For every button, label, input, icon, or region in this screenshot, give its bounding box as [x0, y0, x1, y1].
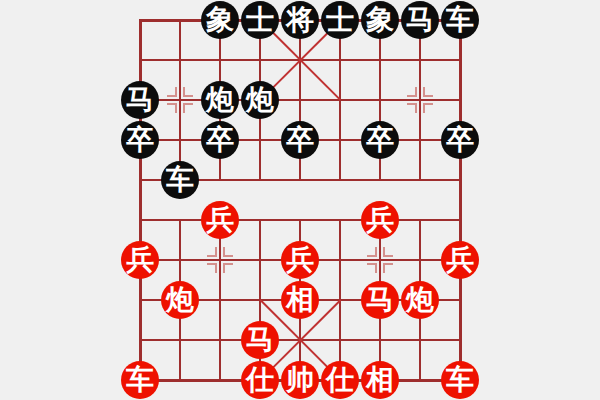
piece-black-pawn[interactable]: 卒 — [361, 121, 399, 159]
point-marker-corner — [223, 247, 233, 257]
point-marker-corner — [407, 87, 417, 97]
piece-red-general[interactable]: 帅 — [281, 361, 319, 399]
piece-red-elephant[interactable]: 相 — [281, 281, 319, 319]
piece-black-chariot[interactable]: 车 — [161, 161, 199, 199]
piece-black-advisor[interactable]: 士 — [241, 1, 279, 39]
piece-black-advisor[interactable]: 士 — [321, 1, 359, 39]
point-marker — [407, 87, 433, 113]
piece-black-elephant[interactable]: 象 — [201, 1, 239, 39]
point-marker — [207, 247, 233, 273]
piece-red-pawn[interactable]: 兵 — [361, 201, 399, 239]
point-marker — [367, 247, 393, 273]
piece-red-advisor[interactable]: 仕 — [241, 361, 279, 399]
xiangqi-app: 象士将士象马车马炮炮卒卒卒卒卒车兵兵兵兵兵炮相马炮马车仕帅仕相车 — [0, 0, 600, 400]
point-marker-corner — [407, 103, 417, 113]
board-grid-vline — [139, 20, 142, 380]
point-marker-corner — [167, 103, 177, 113]
board-grid-vline — [459, 20, 462, 380]
point-marker-corner — [207, 263, 217, 273]
piece-red-pawn[interactable]: 兵 — [441, 241, 479, 279]
piece-red-pawn[interactable]: 兵 — [201, 201, 239, 239]
piece-red-cannon[interactable]: 炮 — [161, 281, 199, 319]
piece-red-advisor[interactable]: 仕 — [321, 361, 359, 399]
point-marker-corner — [383, 247, 393, 257]
piece-black-cannon[interactable]: 炮 — [201, 81, 239, 119]
piece-red-horse[interactable]: 马 — [361, 281, 399, 319]
board-grid-vline — [219, 220, 221, 380]
point-marker-corner — [367, 247, 377, 257]
piece-black-horse[interactable]: 马 — [401, 1, 439, 39]
piece-red-chariot[interactable]: 车 — [121, 361, 159, 399]
piece-red-cannon[interactable]: 炮 — [401, 281, 439, 319]
point-marker-corner — [367, 263, 377, 273]
piece-red-chariot[interactable]: 车 — [441, 361, 479, 399]
piece-black-cannon[interactable]: 炮 — [241, 81, 279, 119]
point-marker-corner — [167, 87, 177, 97]
piece-black-chariot[interactable]: 车 — [441, 1, 479, 39]
piece-black-horse[interactable]: 马 — [121, 81, 159, 119]
piece-red-elephant[interactable]: 相 — [361, 361, 399, 399]
point-marker-corner — [423, 103, 433, 113]
piece-black-general[interactable]: 将 — [281, 1, 319, 39]
xiangqi-board[interactable]: 象士将士象马车马炮炮卒卒卒卒卒车兵兵兵兵兵炮相马炮马车仕帅仕相车 — [140, 20, 460, 380]
piece-black-pawn[interactable]: 卒 — [441, 121, 479, 159]
point-marker — [167, 87, 193, 113]
piece-red-horse[interactable]: 马 — [241, 321, 279, 359]
piece-black-pawn[interactable]: 卒 — [201, 121, 239, 159]
piece-red-pawn[interactable]: 兵 — [281, 241, 319, 279]
piece-black-elephant[interactable]: 象 — [361, 1, 399, 39]
piece-black-pawn[interactable]: 卒 — [281, 121, 319, 159]
point-marker-corner — [183, 103, 193, 113]
point-marker-corner — [207, 247, 217, 257]
piece-red-pawn[interactable]: 兵 — [121, 241, 159, 279]
point-marker-corner — [383, 263, 393, 273]
point-marker-corner — [223, 263, 233, 273]
point-marker-corner — [183, 87, 193, 97]
piece-black-pawn[interactable]: 卒 — [121, 121, 159, 159]
point-marker-corner — [423, 87, 433, 97]
